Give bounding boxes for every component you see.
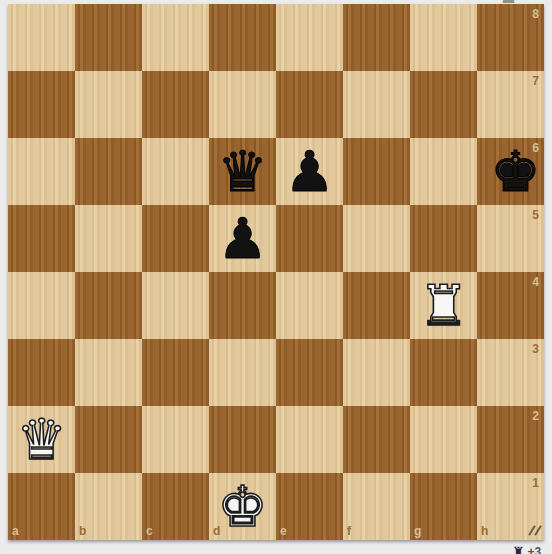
captured-piece-icon: ♜ (512, 545, 525, 554)
rank-label-8: 8 (532, 8, 539, 20)
square-b4[interactable] (75, 272, 142, 339)
square-a8[interactable] (8, 4, 75, 71)
square-g1[interactable]: g (410, 473, 477, 540)
square-h5[interactable]: 5 (477, 205, 544, 272)
square-d8[interactable] (209, 4, 276, 71)
square-a4[interactable] (8, 272, 75, 339)
square-h4[interactable]: 4 (477, 272, 544, 339)
square-b2[interactable] (75, 406, 142, 473)
square-c5[interactable] (142, 205, 209, 272)
square-f7[interactable] (343, 71, 410, 138)
file-label-b: b (79, 525, 86, 537)
square-c3[interactable] (142, 339, 209, 406)
square-h8[interactable]: 8 (477, 4, 544, 71)
square-a2[interactable]: ♛ (8, 406, 75, 473)
square-c2[interactable] (142, 406, 209, 473)
square-g6[interactable] (410, 138, 477, 205)
square-g7[interactable] (410, 71, 477, 138)
square-d6[interactable]: ♛ (209, 138, 276, 205)
file-label-e: e (280, 525, 287, 537)
square-e5[interactable] (276, 205, 343, 272)
square-b7[interactable] (75, 71, 142, 138)
square-d4[interactable] (209, 272, 276, 339)
square-d7[interactable] (209, 71, 276, 138)
white-queen[interactable]: ♛ (8, 406, 75, 473)
file-label-c: c (146, 525, 153, 537)
square-e3[interactable] (276, 339, 343, 406)
square-e2[interactable] (276, 406, 343, 473)
square-h7[interactable]: 7 (477, 71, 544, 138)
square-a7[interactable] (8, 71, 75, 138)
square-e4[interactable] (276, 272, 343, 339)
material-advantage-value: +3 (528, 545, 542, 554)
square-f8[interactable] (343, 4, 410, 71)
square-g2[interactable] (410, 406, 477, 473)
square-h2[interactable]: 2 (477, 406, 544, 473)
page: { "game": "chess", "position": { "fen": … (0, 0, 552, 554)
board-resize-handle[interactable] (527, 523, 542, 538)
white-rook[interactable]: ♜ (410, 272, 477, 339)
square-a3[interactable] (8, 339, 75, 406)
rank-label-2: 2 (532, 410, 539, 422)
black-pawn[interactable]: ♟ (209, 205, 276, 272)
rank-label-3: 3 (532, 343, 539, 355)
black-pawn[interactable]: ♟ (276, 138, 343, 205)
file-label-f: f (347, 525, 351, 537)
square-g4[interactable]: ♜ (410, 272, 477, 339)
square-g5[interactable] (410, 205, 477, 272)
square-e7[interactable] (276, 71, 343, 138)
square-d3[interactable] (209, 339, 276, 406)
square-a6[interactable] (8, 138, 75, 205)
square-b5[interactable] (75, 205, 142, 272)
square-b6[interactable] (75, 138, 142, 205)
square-f6[interactable] (343, 138, 410, 205)
file-label-a: a (12, 525, 19, 537)
square-b3[interactable] (75, 339, 142, 406)
square-h6[interactable]: 6♚ (477, 138, 544, 205)
white-king[interactable]: ♚ (209, 473, 276, 540)
square-e8[interactable] (276, 4, 343, 71)
square-b1[interactable]: b (75, 473, 142, 540)
square-e6[interactable]: ♟ (276, 138, 343, 205)
square-a5[interactable] (8, 205, 75, 272)
square-f5[interactable] (343, 205, 410, 272)
square-f2[interactable] (343, 406, 410, 473)
square-e1[interactable]: e (276, 473, 343, 540)
square-c7[interactable] (142, 71, 209, 138)
rank-label-4: 4 (532, 276, 539, 288)
square-f3[interactable] (343, 339, 410, 406)
file-label-h: h (481, 525, 488, 537)
square-b8[interactable] (75, 4, 142, 71)
square-c8[interactable] (142, 4, 209, 71)
rank-label-5: 5 (532, 209, 539, 221)
square-c1[interactable]: c (142, 473, 209, 540)
rank-label-1: 1 (532, 477, 539, 489)
square-g3[interactable] (410, 339, 477, 406)
square-f4[interactable] (343, 272, 410, 339)
partial-piece-icon: ♟ (500, 0, 517, 6)
file-label-g: g (414, 525, 421, 537)
black-queen[interactable]: ♛ (209, 138, 276, 205)
square-c6[interactable] (142, 138, 209, 205)
material-indicator: ♜ +3 (512, 545, 541, 554)
chess-board: 87♛♟6♚♟5♜43♛2abcd♚efgh1 (8, 4, 544, 540)
square-f1[interactable]: f (343, 473, 410, 540)
square-c4[interactable] (142, 272, 209, 339)
square-d1[interactable]: d♚ (209, 473, 276, 540)
square-d5[interactable]: ♟ (209, 205, 276, 272)
black-king[interactable]: ♚ (482, 138, 549, 205)
square-g8[interactable] (410, 4, 477, 71)
square-h3[interactable]: 3 (477, 339, 544, 406)
square-a1[interactable]: a (8, 473, 75, 540)
rank-label-7: 7 (532, 75, 539, 87)
square-d2[interactable] (209, 406, 276, 473)
